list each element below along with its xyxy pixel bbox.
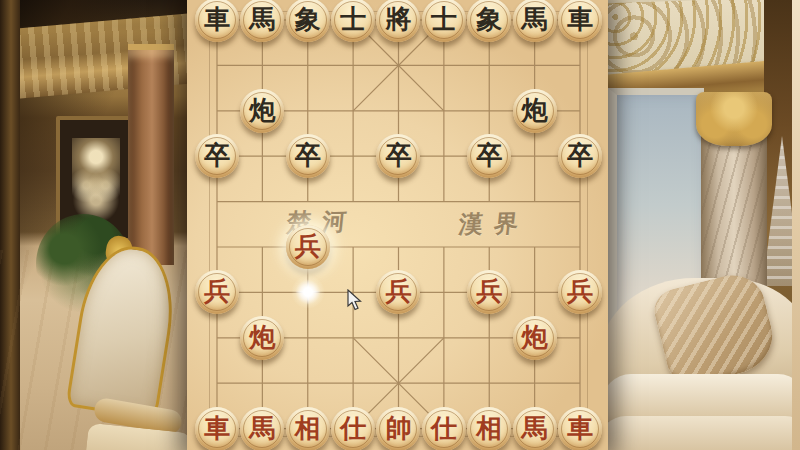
gold-column-capital: [696, 92, 772, 146]
piece-red-chariot[interactable]: 車: [558, 407, 602, 450]
piece-glyph: 仕: [431, 406, 457, 450]
piece-glyph: 馬: [249, 0, 275, 41]
piece-glyph: 車: [567, 0, 593, 41]
piece-glyph: 卒: [295, 133, 321, 177]
room-photo-left: [0, 0, 188, 450]
piece-black-horse[interactable]: 馬: [240, 0, 284, 42]
piece-glyph: 帥: [385, 406, 411, 450]
piece-black-elephant[interactable]: 象: [467, 0, 511, 42]
piece-black-elephant[interactable]: 象: [286, 0, 330, 42]
piece-red-soldier[interactable]: 兵: [195, 270, 239, 314]
piece-red-soldier[interactable]: 兵: [286, 225, 330, 269]
piece-glyph: 將: [385, 0, 411, 41]
piece-glyph: 兵: [476, 269, 502, 313]
piece-glyph: 卒: [567, 133, 593, 177]
piece-grid[interactable]: 車馬象士將士象馬車炮炮卒卒卒卒卒兵兵兵兵兵炮炮車馬相仕帥仕相馬車: [194, 0, 602, 450]
piece-glyph: 士: [340, 0, 366, 41]
piece-glyph: 車: [204, 406, 230, 450]
piece-red-soldier[interactable]: 兵: [376, 270, 420, 314]
piece-glyph: 兵: [204, 269, 230, 313]
piece-glyph: 馬: [249, 406, 275, 450]
piece-red-cannon[interactable]: 炮: [513, 316, 557, 360]
room-photo-right: [608, 0, 800, 450]
piece-red-soldier[interactable]: 兵: [467, 270, 511, 314]
piece-black-general[interactable]: 將: [376, 0, 420, 42]
chair-back: [65, 240, 182, 420]
piece-glyph: 炮: [522, 315, 548, 359]
piece-glyph: 車: [567, 406, 593, 450]
piece-red-general[interactable]: 帥: [376, 407, 420, 450]
gilded-armchair: [66, 246, 188, 450]
xiangqi-board[interactable]: 楚河 漢界 車馬象士將士象馬車炮炮卒卒卒卒卒兵兵兵兵兵炮炮車馬相仕帥仕相馬車: [187, 0, 608, 450]
piece-red-elephant[interactable]: 相: [286, 407, 330, 450]
piece-glyph: 兵: [295, 224, 321, 268]
piece-glyph: 炮: [249, 88, 275, 132]
piece-glyph: 相: [295, 406, 321, 450]
app-screen: 楚河 漢界 車馬象士將士象馬車炮炮卒卒卒卒卒兵兵兵兵兵炮炮車馬相仕帥仕相馬車: [0, 0, 800, 450]
piece-black-advisor[interactable]: 士: [331, 0, 375, 42]
sofa-seat-cushion: [608, 416, 800, 450]
piece-red-elephant[interactable]: 相: [467, 407, 511, 450]
piece-glyph: 馬: [522, 0, 548, 41]
piece-glyph: 仕: [340, 406, 366, 450]
piece-red-horse[interactable]: 馬: [240, 407, 284, 450]
piece-glyph: 象: [476, 0, 502, 41]
piece-black-soldier[interactable]: 卒: [376, 134, 420, 178]
piece-glyph: 象: [295, 0, 321, 41]
piece-glyph: 馬: [522, 406, 548, 450]
piece-glyph: 士: [431, 0, 457, 41]
piece-glyph: 兵: [567, 269, 593, 313]
piece-black-horse[interactable]: 馬: [513, 0, 557, 42]
piece-black-chariot[interactable]: 車: [195, 0, 239, 42]
piece-red-chariot[interactable]: 車: [195, 407, 239, 450]
piece-red-horse[interactable]: 馬: [513, 407, 557, 450]
wall-edge: [792, 0, 800, 450]
chandelier-reflection: [72, 138, 120, 224]
piece-red-cannon[interactable]: 炮: [240, 316, 284, 360]
piece-glyph: 炮: [249, 315, 275, 359]
piece-glyph: 卒: [476, 133, 502, 177]
piece-black-soldier[interactable]: 卒: [195, 134, 239, 178]
piece-black-soldier[interactable]: 卒: [558, 134, 602, 178]
piece-red-advisor[interactable]: 仕: [331, 407, 375, 450]
piece-black-cannon[interactable]: 炮: [240, 89, 284, 133]
piece-red-soldier[interactable]: 兵: [558, 270, 602, 314]
piece-glyph: 車: [204, 0, 230, 41]
marble-column-left: [128, 50, 174, 265]
piece-glyph: 炮: [522, 88, 548, 132]
piece-glyph: 卒: [204, 133, 230, 177]
piece-black-advisor[interactable]: 士: [422, 0, 466, 42]
piece-glyph: 相: [476, 406, 502, 450]
piece-black-chariot[interactable]: 車: [558, 0, 602, 42]
piece-glyph: 卒: [385, 133, 411, 177]
piece-black-cannon[interactable]: 炮: [513, 89, 557, 133]
piece-black-soldier[interactable]: 卒: [467, 134, 511, 178]
cream-sofa: [608, 278, 800, 450]
piece-black-soldier[interactable]: 卒: [286, 134, 330, 178]
piece-glyph: 兵: [385, 269, 411, 313]
piece-red-advisor[interactable]: 仕: [422, 407, 466, 450]
